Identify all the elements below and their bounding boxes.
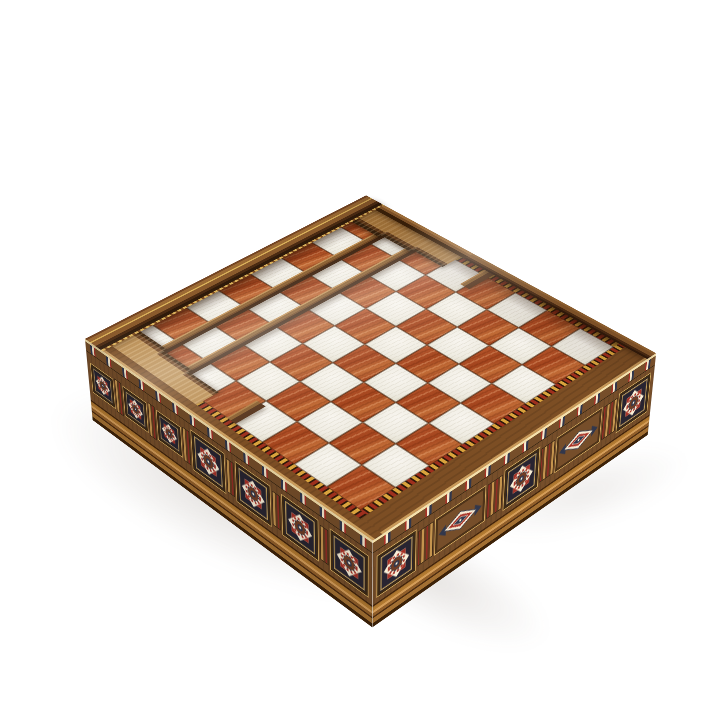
- striped-spacer: [148, 402, 157, 441]
- striped-spacer: [226, 458, 235, 498]
- eight-point-star-icon: [159, 415, 180, 453]
- eight-point-star-icon: [125, 391, 146, 428]
- striped-spacer: [487, 475, 504, 519]
- striped-spacer: [601, 398, 617, 441]
- striped-spacer: [272, 490, 281, 530]
- striped-spacer: [539, 439, 555, 483]
- striped-spacer: [320, 525, 329, 566]
- striped-spacer: [182, 426, 191, 465]
- striped-spacer: [417, 521, 434, 567]
- striped-spacer: [114, 378, 124, 416]
- eight-point-star-icon: [93, 367, 113, 404]
- product-photo-scene: [0, 0, 720, 720]
